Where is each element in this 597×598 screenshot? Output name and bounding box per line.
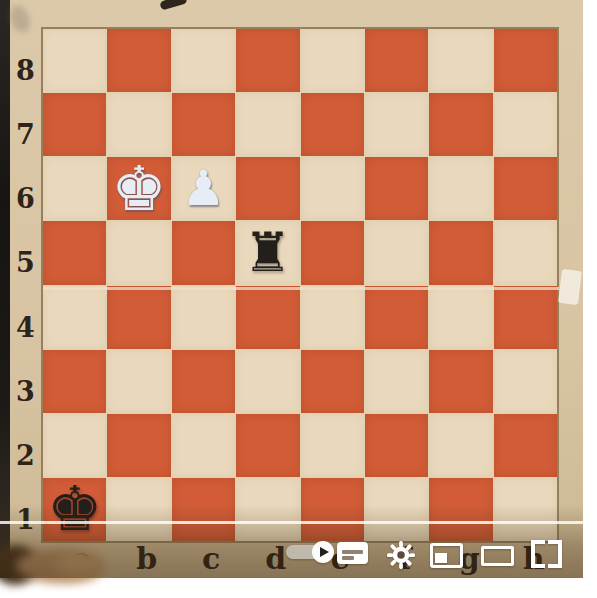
square-f4	[365, 286, 428, 349]
square-b3	[107, 350, 170, 413]
square-f3	[365, 350, 428, 413]
rank-label-4: 4	[10, 295, 41, 359]
square-g1	[429, 478, 492, 541]
square-c6: ♟	[172, 157, 235, 220]
fullscreen-button[interactable]	[531, 540, 562, 568]
square-b5	[107, 221, 170, 284]
square-h5	[494, 221, 557, 284]
rank-label-8: 8	[10, 38, 41, 102]
settings-button[interactable]	[386, 540, 416, 570]
rank-labels: 87654321	[10, 29, 41, 543]
square-d7	[236, 93, 299, 156]
rank-label-3: 3	[10, 359, 41, 423]
square-b2	[107, 414, 170, 477]
miniplayer-icon	[435, 553, 447, 563]
autoplay-toggle[interactable]	[286, 545, 332, 559]
square-e2	[301, 414, 364, 477]
subtitles-icon	[342, 556, 354, 560]
rank-label-5: 5	[10, 231, 41, 295]
square-g6	[429, 157, 492, 220]
square-f8	[365, 29, 428, 92]
square-g8	[429, 29, 492, 92]
theater-mode-button[interactable]	[481, 546, 514, 566]
square-a2	[43, 414, 106, 477]
square-d4	[236, 286, 299, 349]
square-h4	[494, 286, 557, 349]
pointer-tip	[159, 0, 187, 11]
square-c5	[172, 221, 235, 284]
square-d3	[236, 350, 299, 413]
gear-icon	[386, 540, 416, 570]
square-a8	[43, 29, 106, 92]
square-d2	[236, 414, 299, 477]
square-e5	[301, 221, 364, 284]
square-a1: ♚	[43, 478, 106, 541]
miniplayer-button[interactable]	[430, 543, 463, 568]
square-c8	[172, 29, 235, 92]
black-rook: ♜	[244, 226, 292, 280]
rank-label-6: 6	[10, 167, 41, 231]
square-f1	[365, 478, 428, 541]
black-king: ♚	[47, 478, 103, 540]
square-c2	[172, 414, 235, 477]
tape-mark	[558, 269, 582, 305]
play-icon	[320, 547, 329, 557]
chess-board: ♚♟♜♚	[41, 27, 559, 543]
fullscreen-icon	[531, 540, 545, 554]
rank-label-7: 7	[10, 102, 41, 166]
square-b7	[107, 93, 170, 156]
square-c3	[172, 350, 235, 413]
square-g4	[429, 286, 492, 349]
square-e3	[301, 350, 364, 413]
video-player-surface[interactable]: ♚♟♜♚ 87654321 abcdefgh	[0, 0, 583, 578]
square-b1	[107, 478, 170, 541]
square-e4	[301, 286, 364, 349]
square-b4	[107, 286, 170, 349]
rank-label-2: 2	[10, 424, 41, 488]
square-h6	[494, 157, 557, 220]
square-e1	[301, 478, 364, 541]
presenter-hand	[55, 553, 103, 579]
video-left-dark-edge	[0, 0, 10, 578]
subtitles-button[interactable]	[337, 542, 368, 564]
square-c7	[172, 93, 235, 156]
square-h2	[494, 414, 557, 477]
fullscreen-icon	[548, 540, 562, 554]
square-a7	[43, 93, 106, 156]
square-e6	[301, 157, 364, 220]
square-d6	[236, 157, 299, 220]
square-g2	[429, 414, 492, 477]
square-g7	[429, 93, 492, 156]
square-b8	[107, 29, 170, 92]
square-a5	[43, 221, 106, 284]
square-f2	[365, 414, 428, 477]
square-h3	[494, 350, 557, 413]
square-d1	[236, 478, 299, 541]
square-e8	[301, 29, 364, 92]
rank-label-1: 1	[10, 488, 41, 552]
file-label-b: b	[115, 541, 180, 575]
white-king: ♚	[111, 158, 167, 220]
square-c4	[172, 286, 235, 349]
file-label-c: c	[179, 541, 244, 575]
fullscreen-icon	[548, 554, 562, 568]
board-fold-seam	[43, 287, 559, 290]
fullscreen-icon	[531, 554, 545, 568]
square-f5	[365, 221, 428, 284]
square-a3	[43, 350, 106, 413]
square-h1	[494, 478, 557, 541]
square-a6	[43, 157, 106, 220]
square-f7	[365, 93, 428, 156]
square-h7	[494, 93, 557, 156]
square-d8	[236, 29, 299, 92]
subtitles-icon	[342, 550, 363, 554]
square-c1	[172, 478, 235, 541]
square-b6: ♚	[107, 157, 170, 220]
square-h8	[494, 29, 557, 92]
square-f6	[365, 157, 428, 220]
square-g5	[429, 221, 492, 284]
page: ♚♟♜♚ 87654321 abcdefgh	[0, 0, 597, 598]
autoplay-toggle-knob	[312, 541, 334, 563]
square-d5: ♜	[236, 221, 299, 284]
square-g3	[429, 350, 492, 413]
square-e7	[301, 93, 364, 156]
square-a4	[43, 286, 106, 349]
white-pawn: ♟	[181, 164, 225, 213]
video-progress-bar[interactable]	[0, 521, 583, 524]
